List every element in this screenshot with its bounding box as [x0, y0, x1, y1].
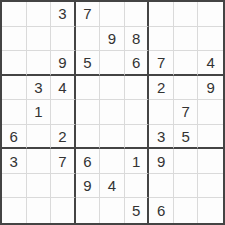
cell-r6c4[interactable] — [100, 149, 125, 174]
cell-r2c3[interactable]: 5 — [76, 51, 101, 76]
cell-r2c4[interactable] — [100, 51, 125, 76]
cell-r7c1[interactable] — [27, 174, 52, 199]
cell-r3c8[interactable]: 9 — [198, 76, 223, 101]
cell-r7c4[interactable]: 4 — [100, 174, 125, 199]
cell-r5c5[interactable] — [125, 125, 150, 150]
cell-r4c4[interactable] — [100, 100, 125, 125]
cell-r0c6[interactable] — [149, 2, 174, 27]
cell-r8c5[interactable]: 5 — [125, 198, 150, 223]
cell-r5c6[interactable]: 3 — [149, 125, 174, 150]
cell-r2c2[interactable]: 9 — [51, 51, 76, 76]
cell-r2c5[interactable]: 6 — [125, 51, 150, 76]
cell-r8c0[interactable] — [2, 198, 27, 223]
cell-r0c0[interactable] — [2, 2, 27, 27]
cell-r1c0[interactable] — [2, 27, 27, 52]
cell-r4c0[interactable] — [2, 100, 27, 125]
cell-r6c7[interactable] — [174, 149, 199, 174]
cell-r1c1[interactable] — [27, 27, 52, 52]
cell-r4c7[interactable]: 7 — [174, 100, 199, 125]
cell-r4c6[interactable] — [149, 100, 174, 125]
cell-r3c7[interactable] — [174, 76, 199, 101]
cell-r1c3[interactable] — [76, 27, 101, 52]
cell-r3c1[interactable]: 3 — [27, 76, 52, 101]
cell-r5c1[interactable] — [27, 125, 52, 150]
cell-r3c4[interactable] — [100, 76, 125, 101]
cell-r1c2[interactable] — [51, 27, 76, 52]
cell-r6c6[interactable]: 9 — [149, 149, 174, 174]
cell-r2c0[interactable] — [2, 51, 27, 76]
cell-r1c7[interactable] — [174, 27, 199, 52]
cell-r7c5[interactable] — [125, 174, 150, 199]
cell-r0c5[interactable] — [125, 2, 150, 27]
cell-r4c5[interactable] — [125, 100, 150, 125]
cell-r2c7[interactable] — [174, 51, 199, 76]
cell-r8c8[interactable] — [198, 198, 223, 223]
cell-r3c2[interactable]: 4 — [51, 76, 76, 101]
cell-r3c0[interactable] — [2, 76, 27, 101]
cell-r8c3[interactable] — [76, 198, 101, 223]
cell-r6c3[interactable]: 6 — [76, 149, 101, 174]
cell-r7c2[interactable] — [51, 174, 76, 199]
cell-r3c6[interactable]: 2 — [149, 76, 174, 101]
cell-r7c0[interactable] — [2, 174, 27, 199]
cell-r8c4[interactable] — [100, 198, 125, 223]
cell-r0c7[interactable] — [174, 2, 199, 27]
cell-r6c1[interactable] — [27, 149, 52, 174]
cell-r8c6[interactable]: 6 — [149, 198, 174, 223]
cell-r8c1[interactable] — [27, 198, 52, 223]
cell-r3c3[interactable] — [76, 76, 101, 101]
cell-r0c2[interactable]: 3 — [51, 2, 76, 27]
cell-r6c8[interactable] — [198, 149, 223, 174]
cell-r7c8[interactable] — [198, 174, 223, 199]
cell-r0c4[interactable] — [100, 2, 125, 27]
cell-r2c1[interactable] — [27, 51, 52, 76]
cell-r6c5[interactable]: 1 — [125, 149, 150, 174]
cell-r2c8[interactable]: 4 — [198, 51, 223, 76]
cell-r5c7[interactable]: 5 — [174, 125, 199, 150]
cell-r0c8[interactable] — [198, 2, 223, 27]
cell-r4c1[interactable]: 1 — [27, 100, 52, 125]
cell-r3c5[interactable] — [125, 76, 150, 101]
cell-r5c2[interactable]: 2 — [51, 125, 76, 150]
cell-r4c3[interactable] — [76, 100, 101, 125]
cell-r0c1[interactable] — [27, 2, 52, 27]
cell-r5c3[interactable] — [76, 125, 101, 150]
cell-r6c0[interactable]: 3 — [2, 149, 27, 174]
cell-r1c5[interactable]: 8 — [125, 27, 150, 52]
cell-r7c7[interactable] — [174, 174, 199, 199]
cell-r1c6[interactable] — [149, 27, 174, 52]
cell-r6c2[interactable]: 7 — [51, 149, 76, 174]
cell-r4c8[interactable] — [198, 100, 223, 125]
cell-r1c8[interactable] — [198, 27, 223, 52]
cell-r7c6[interactable] — [149, 174, 174, 199]
cell-r1c4[interactable]: 9 — [100, 27, 125, 52]
cell-r7c3[interactable]: 9 — [76, 174, 101, 199]
cell-r5c8[interactable] — [198, 125, 223, 150]
cell-r8c2[interactable] — [51, 198, 76, 223]
cell-r5c0[interactable]: 6 — [2, 125, 27, 150]
cell-r0c3[interactable]: 7 — [76, 2, 101, 27]
cell-r5c4[interactable] — [100, 125, 125, 150]
sudoku-board: 3798956743429176235376199456 — [0, 0, 225, 225]
cell-r8c7[interactable] — [174, 198, 199, 223]
cell-r4c2[interactable] — [51, 100, 76, 125]
cell-r2c6[interactable]: 7 — [149, 51, 174, 76]
